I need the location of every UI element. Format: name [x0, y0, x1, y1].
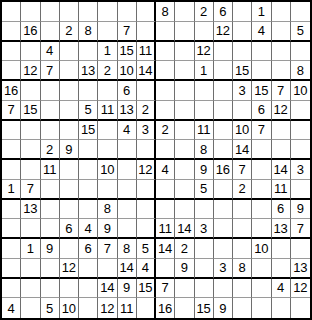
- cell-r15c1[interactable]: [2, 279, 21, 299]
- cell-r8c12[interactable]: [214, 140, 233, 160]
- cell-r13c3[interactable]: 9: [41, 239, 60, 259]
- cell-r11c6[interactable]: 8: [98, 200, 117, 220]
- cell-r8c2[interactable]: [21, 140, 40, 160]
- cell-r15c8[interactable]: 15: [137, 279, 156, 299]
- cell-r12c5[interactable]: 4: [79, 219, 98, 239]
- cell-r13c11[interactable]: [195, 239, 214, 259]
- cell-r12c12[interactable]: [214, 219, 233, 239]
- cell-r1c10[interactable]: [175, 2, 194, 22]
- cell-r6c11[interactable]: [195, 101, 214, 121]
- cell-r12c2[interactable]: [21, 219, 40, 239]
- cell-r13c12[interactable]: [214, 239, 233, 259]
- cell-r13c16[interactable]: [291, 239, 310, 259]
- cell-r10c3[interactable]: [41, 180, 60, 200]
- cell-r7c2[interactable]: [21, 121, 40, 141]
- cell-r9c5[interactable]: [79, 160, 98, 180]
- cell-r11c3[interactable]: [41, 200, 60, 220]
- cell-r5c7[interactable]: 6: [118, 81, 137, 101]
- cell-r4c3[interactable]: 7: [41, 61, 60, 81]
- cell-r3c2[interactable]: [21, 42, 40, 62]
- cell-r3c5[interactable]: [79, 42, 98, 62]
- cell-r14c9[interactable]: [156, 259, 175, 279]
- cell-r5c5[interactable]: [79, 81, 98, 101]
- cell-r7c14[interactable]: 7: [252, 121, 271, 141]
- cell-r5c8[interactable]: [137, 81, 156, 101]
- cell-r16c8[interactable]: [137, 298, 156, 318]
- cell-r13c7[interactable]: 8: [118, 239, 137, 259]
- cell-r15c12[interactable]: [214, 279, 233, 299]
- cell-r7c8[interactable]: 3: [137, 121, 156, 141]
- cell-r1c8[interactable]: [137, 2, 156, 22]
- cell-r11c10[interactable]: [175, 200, 194, 220]
- cell-r8c7[interactable]: [118, 140, 137, 160]
- cell-r1c16[interactable]: [291, 2, 310, 22]
- cell-r14c16[interactable]: 13: [291, 259, 310, 279]
- cell-r5c2[interactable]: [21, 81, 40, 101]
- cell-r13c14[interactable]: 10: [252, 239, 271, 259]
- cell-r14c11[interactable]: [195, 259, 214, 279]
- cell-r5c11[interactable]: [195, 81, 214, 101]
- cell-r1c13[interactable]: [233, 2, 252, 22]
- cell-r5c3[interactable]: [41, 81, 60, 101]
- cell-r3c14[interactable]: [252, 42, 271, 62]
- cell-r1c11[interactable]: 2: [195, 2, 214, 22]
- cell-r3c3[interactable]: 4: [41, 42, 60, 62]
- cell-r16c7[interactable]: 11: [118, 298, 137, 318]
- cell-r14c6[interactable]: [98, 259, 117, 279]
- cell-r13c6[interactable]: 7: [98, 239, 117, 259]
- cell-r9c8[interactable]: 12: [137, 160, 156, 180]
- cell-r14c5[interactable]: [79, 259, 98, 279]
- cell-r15c14[interactable]: [252, 279, 271, 299]
- cell-r10c11[interactable]: 5: [195, 180, 214, 200]
- cell-r15c6[interactable]: 14: [98, 279, 117, 299]
- cell-r10c13[interactable]: 2: [233, 180, 252, 200]
- cell-r7c3[interactable]: [41, 121, 60, 141]
- cell-r6c1[interactable]: 7: [2, 101, 21, 121]
- cell-r3c1[interactable]: [2, 42, 21, 62]
- cell-r6c8[interactable]: 2: [137, 101, 156, 121]
- cell-r16c9[interactable]: 16: [156, 298, 175, 318]
- cell-r8c4[interactable]: 9: [60, 140, 79, 160]
- cell-r16c11[interactable]: 15: [195, 298, 214, 318]
- cell-r7c16[interactable]: [291, 121, 310, 141]
- cell-r6c6[interactable]: 11: [98, 101, 117, 121]
- cell-r12c13[interactable]: [233, 219, 252, 239]
- cell-r4c7[interactable]: 10: [118, 61, 137, 81]
- cell-r8c14[interactable]: [252, 140, 271, 160]
- cell-r9c10[interactable]: [175, 160, 194, 180]
- cell-r9c6[interactable]: 10: [98, 160, 117, 180]
- cell-r11c1[interactable]: [2, 200, 21, 220]
- cell-r4c14[interactable]: [252, 61, 271, 81]
- cell-r11c8[interactable]: [137, 200, 156, 220]
- cell-r11c4[interactable]: [60, 200, 79, 220]
- cell-r5c9[interactable]: [156, 81, 175, 101]
- cell-r5c10[interactable]: [175, 81, 194, 101]
- cell-r16c13[interactable]: [233, 298, 252, 318]
- cell-r3c11[interactable]: 12: [195, 42, 214, 62]
- cell-r7c1[interactable]: [2, 121, 21, 141]
- cell-r4c12[interactable]: [214, 61, 233, 81]
- cell-r4c1[interactable]: [2, 61, 21, 81]
- cell-r8c6[interactable]: [98, 140, 117, 160]
- cell-r2c7[interactable]: 7: [118, 22, 137, 42]
- cell-r15c5[interactable]: [79, 279, 98, 299]
- cell-r11c9[interactable]: [156, 200, 175, 220]
- cell-r7c13[interactable]: 10: [233, 121, 252, 141]
- cell-r10c9[interactable]: [156, 180, 175, 200]
- cell-r5c6[interactable]: [98, 81, 117, 101]
- cell-r3c7[interactable]: 15: [118, 42, 137, 62]
- cell-r16c14[interactable]: [252, 298, 271, 318]
- cell-r8c15[interactable]: [272, 140, 291, 160]
- cell-r11c11[interactable]: [195, 200, 214, 220]
- cell-r14c1[interactable]: [2, 259, 21, 279]
- cell-r5c4[interactable]: [60, 81, 79, 101]
- cell-r4c8[interactable]: 14: [137, 61, 156, 81]
- cell-r6c9[interactable]: [156, 101, 175, 121]
- cell-r14c8[interactable]: 4: [137, 259, 156, 279]
- cell-r15c11[interactable]: [195, 279, 214, 299]
- cell-r2c16[interactable]: 5: [291, 22, 310, 42]
- cell-r1c9[interactable]: 8: [156, 2, 175, 22]
- cell-r1c15[interactable]: [272, 2, 291, 22]
- cell-r2c4[interactable]: 2: [60, 22, 79, 42]
- cell-r8c11[interactable]: 8: [195, 140, 214, 160]
- cell-r14c3[interactable]: [41, 259, 60, 279]
- cell-r16c4[interactable]: 10: [60, 298, 79, 318]
- cell-r8c5[interactable]: [79, 140, 98, 160]
- cell-r6c7[interactable]: 13: [118, 101, 137, 121]
- cell-r7c12[interactable]: [214, 121, 233, 141]
- cell-r2c3[interactable]: [41, 22, 60, 42]
- cell-r5c12[interactable]: [214, 81, 233, 101]
- cell-r1c12[interactable]: 6: [214, 2, 233, 22]
- cell-r15c4[interactable]: [60, 279, 79, 299]
- cell-r2c15[interactable]: [272, 22, 291, 42]
- cell-r9c2[interactable]: [21, 160, 40, 180]
- cell-r12c11[interactable]: 3: [195, 219, 214, 239]
- cell-r1c1[interactable]: [2, 2, 21, 22]
- cell-r1c2[interactable]: [21, 2, 40, 22]
- cell-r13c13[interactable]: [233, 239, 252, 259]
- cell-r5c1[interactable]: 16: [2, 81, 21, 101]
- cell-r15c2[interactable]: [21, 279, 40, 299]
- cell-r3c15[interactable]: [272, 42, 291, 62]
- cell-r13c10[interactable]: 2: [175, 239, 194, 259]
- cell-r10c1[interactable]: 1: [2, 180, 21, 200]
- cell-r13c4[interactable]: [60, 239, 79, 259]
- cell-r3c8[interactable]: 11: [137, 42, 156, 62]
- cell-r16c10[interactable]: [175, 298, 194, 318]
- cell-r16c6[interactable]: 12: [98, 298, 117, 318]
- cell-r4c5[interactable]: 13: [79, 61, 98, 81]
- cell-r10c4[interactable]: [60, 180, 79, 200]
- cell-r4c2[interactable]: 12: [21, 61, 40, 81]
- cell-r6c4[interactable]: [60, 101, 79, 121]
- cell-r6c2[interactable]: 15: [21, 101, 40, 121]
- cell-r12c7[interactable]: [118, 219, 137, 239]
- cell-r4c6[interactable]: 2: [98, 61, 117, 81]
- cell-r2c10[interactable]: [175, 22, 194, 42]
- cell-r3c10[interactable]: [175, 42, 194, 62]
- sudoku-grid: 8261162871245411511121271321014115816631…: [0, 0, 312, 320]
- cell-r8c16[interactable]: [291, 140, 310, 160]
- cell-r9c14[interactable]: [252, 160, 271, 180]
- cell-r9c16[interactable]: 3: [291, 160, 310, 180]
- cell-r9c11[interactable]: 9: [195, 160, 214, 180]
- cell-r12c16[interactable]: 7: [291, 219, 310, 239]
- cell-r6c15[interactable]: 12: [272, 101, 291, 121]
- cell-r4c4[interactable]: [60, 61, 79, 81]
- cell-r3c6[interactable]: 1: [98, 42, 117, 62]
- cell-r10c8[interactable]: [137, 180, 156, 200]
- cell-r13c9[interactable]: 14: [156, 239, 175, 259]
- cell-r1c3[interactable]: [41, 2, 60, 22]
- cell-r6c16[interactable]: [291, 101, 310, 121]
- cell-r16c16[interactable]: [291, 298, 310, 318]
- cell-r14c10[interactable]: 9: [175, 259, 194, 279]
- cell-r14c15[interactable]: [272, 259, 291, 279]
- cell-r3c9[interactable]: [156, 42, 175, 62]
- cell-r1c7[interactable]: [118, 2, 137, 22]
- cell-r10c6[interactable]: [98, 180, 117, 200]
- cell-r11c16[interactable]: 9: [291, 200, 310, 220]
- cell-r6c12[interactable]: [214, 101, 233, 121]
- cell-r15c15[interactable]: 4: [272, 279, 291, 299]
- cell-r4c15[interactable]: [272, 61, 291, 81]
- cell-r6c3[interactable]: [41, 101, 60, 121]
- cell-r14c4[interactable]: 12: [60, 259, 79, 279]
- cell-r9c13[interactable]: 7: [233, 160, 252, 180]
- cell-r10c10[interactable]: [175, 180, 194, 200]
- cell-r11c2[interactable]: 13: [21, 200, 40, 220]
- cell-r9c15[interactable]: 14: [272, 160, 291, 180]
- cell-r15c13[interactable]: [233, 279, 252, 299]
- cell-r4c16[interactable]: 8: [291, 61, 310, 81]
- cell-r2c8[interactable]: [137, 22, 156, 42]
- cell-r12c9[interactable]: 11: [156, 219, 175, 239]
- cell-r1c4[interactable]: [60, 2, 79, 22]
- cell-r16c2[interactable]: [21, 298, 40, 318]
- cell-r11c5[interactable]: [79, 200, 98, 220]
- cell-r8c10[interactable]: [175, 140, 194, 160]
- cell-r6c10[interactable]: [175, 101, 194, 121]
- cell-r6c13[interactable]: [233, 101, 252, 121]
- cell-r10c2[interactable]: 7: [21, 180, 40, 200]
- cell-r12c15[interactable]: 13: [272, 219, 291, 239]
- cell-r2c12[interactable]: 12: [214, 22, 233, 42]
- cell-r7c5[interactable]: 15: [79, 121, 98, 141]
- cell-r9c4[interactable]: [60, 160, 79, 180]
- cell-r2c13[interactable]: [233, 22, 252, 42]
- cell-r9c1[interactable]: [2, 160, 21, 180]
- cell-r14c2[interactable]: [21, 259, 40, 279]
- cell-r9c12[interactable]: 16: [214, 160, 233, 180]
- cell-r11c15[interactable]: 6: [272, 200, 291, 220]
- cell-r6c5[interactable]: 5: [79, 101, 98, 121]
- cell-r5c16[interactable]: 10: [291, 81, 310, 101]
- cell-r12c1[interactable]: [2, 219, 21, 239]
- cell-r2c14[interactable]: 4: [252, 22, 271, 42]
- cell-r8c1[interactable]: [2, 140, 21, 160]
- cell-r16c1[interactable]: 4: [2, 298, 21, 318]
- cell-r11c7[interactable]: [118, 200, 137, 220]
- cell-r5c14[interactable]: 15: [252, 81, 271, 101]
- cell-r4c13[interactable]: 15: [233, 61, 252, 81]
- cell-r7c4[interactable]: [60, 121, 79, 141]
- cell-r12c6[interactable]: 9: [98, 219, 117, 239]
- cell-r12c14[interactable]: [252, 219, 271, 239]
- cell-r7c6[interactable]: [98, 121, 117, 141]
- cell-r7c7[interactable]: 4: [118, 121, 137, 141]
- cell-r3c4[interactable]: [60, 42, 79, 62]
- cell-r10c15[interactable]: 11: [272, 180, 291, 200]
- cell-r9c7[interactable]: [118, 160, 137, 180]
- cell-r8c13[interactable]: 14: [233, 140, 252, 160]
- cell-r1c6[interactable]: [98, 2, 117, 22]
- cell-r8c8[interactable]: [137, 140, 156, 160]
- cell-r15c9[interactable]: 7: [156, 279, 175, 299]
- cell-r12c4[interactable]: 6: [60, 219, 79, 239]
- cell-r7c9[interactable]: 2: [156, 121, 175, 141]
- cell-r7c11[interactable]: 11: [195, 121, 214, 141]
- cell-r10c16[interactable]: [291, 180, 310, 200]
- cell-r14c7[interactable]: 14: [118, 259, 137, 279]
- cell-r10c14[interactable]: [252, 180, 271, 200]
- cell-r11c12[interactable]: [214, 200, 233, 220]
- cell-r10c7[interactable]: [118, 180, 137, 200]
- cell-r10c12[interactable]: [214, 180, 233, 200]
- cell-r10c5[interactable]: [79, 180, 98, 200]
- cell-r9c9[interactable]: 4: [156, 160, 175, 180]
- cell-r15c16[interactable]: 12: [291, 279, 310, 299]
- cell-r16c15[interactable]: [272, 298, 291, 318]
- cell-r4c10[interactable]: [175, 61, 194, 81]
- cell-r13c1[interactable]: [2, 239, 21, 259]
- cell-r13c5[interactable]: 6: [79, 239, 98, 259]
- cell-r9c3[interactable]: 11: [41, 160, 60, 180]
- cell-r13c2[interactable]: 1: [21, 239, 40, 259]
- cell-r1c14[interactable]: 1: [252, 2, 271, 22]
- cell-r2c1[interactable]: [2, 22, 21, 42]
- cell-r3c16[interactable]: [291, 42, 310, 62]
- cell-r11c13[interactable]: [233, 200, 252, 220]
- cell-r4c11[interactable]: 1: [195, 61, 214, 81]
- cell-r16c5[interactable]: [79, 298, 98, 318]
- cell-r13c15[interactable]: [272, 239, 291, 259]
- cell-r14c13[interactable]: 8: [233, 259, 252, 279]
- cell-r7c10[interactable]: [175, 121, 194, 141]
- cell-r7c15[interactable]: [272, 121, 291, 141]
- cell-r12c3[interactable]: [41, 219, 60, 239]
- cell-r13c8[interactable]: 5: [137, 239, 156, 259]
- cell-r11c14[interactable]: [252, 200, 271, 220]
- cell-r16c12[interactable]: 9: [214, 298, 233, 318]
- cell-r5c13[interactable]: 3: [233, 81, 252, 101]
- cell-r4c9[interactable]: [156, 61, 175, 81]
- cell-r15c10[interactable]: [175, 279, 194, 299]
- cell-r15c3[interactable]: [41, 279, 60, 299]
- cell-r3c12[interactable]: [214, 42, 233, 62]
- cell-r14c12[interactable]: 3: [214, 259, 233, 279]
- cell-r12c10[interactable]: 14: [175, 219, 194, 239]
- cell-r16c3[interactable]: 5: [41, 298, 60, 318]
- cell-r2c6[interactable]: [98, 22, 117, 42]
- cell-r2c2[interactable]: 16: [21, 22, 40, 42]
- cell-r6c14[interactable]: 6: [252, 101, 271, 121]
- cell-r1c5[interactable]: [79, 2, 98, 22]
- cell-r5c15[interactable]: 7: [272, 81, 291, 101]
- cell-r2c5[interactable]: 8: [79, 22, 98, 42]
- cell-r8c9[interactable]: [156, 140, 175, 160]
- cell-r3c13[interactable]: [233, 42, 252, 62]
- cell-r14c14[interactable]: [252, 259, 271, 279]
- cell-r12c8[interactable]: [137, 219, 156, 239]
- cell-r2c9[interactable]: [156, 22, 175, 42]
- cell-r2c11[interactable]: [195, 22, 214, 42]
- cell-r15c7[interactable]: 9: [118, 279, 137, 299]
- cell-r8c3[interactable]: 2: [41, 140, 60, 160]
